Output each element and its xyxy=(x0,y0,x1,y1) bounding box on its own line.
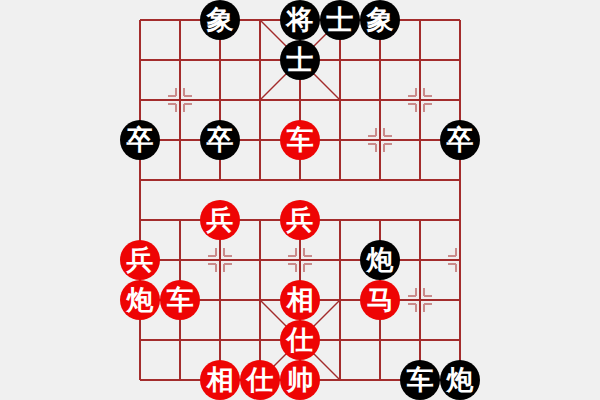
piece-red-chariot[interactable]: 车 xyxy=(280,120,320,160)
piece-black-cannon[interactable]: 炮 xyxy=(440,360,480,400)
piece-black-elephant[interactable]: 象 xyxy=(200,0,240,40)
piece-black-elephant[interactable]: 象 xyxy=(360,0,400,40)
piece-red-elephant[interactable]: 相 xyxy=(200,360,240,400)
piece-red-pawn[interactable]: 兵 xyxy=(280,200,320,240)
piece-red-pawn[interactable]: 兵 xyxy=(200,200,240,240)
xiangqi-board-screen: 象将士象士卒卒车卒兵兵兵炮炮车相马仕相仕帅车炮 xyxy=(0,0,600,400)
piece-red-general[interactable]: 帅 xyxy=(280,360,320,400)
pieces-grid: 象将士象士卒卒车卒兵兵兵炮炮车相马仕相仕帅车炮 xyxy=(120,0,480,400)
piece-red-advisor[interactable]: 仕 xyxy=(240,360,280,400)
piece-black-general[interactable]: 将 xyxy=(280,0,320,40)
piece-red-advisor[interactable]: 仕 xyxy=(280,320,320,360)
piece-red-pawn[interactable]: 兵 xyxy=(120,240,160,280)
piece-black-cannon[interactable]: 炮 xyxy=(360,240,400,280)
piece-black-advisor[interactable]: 士 xyxy=(280,40,320,80)
piece-black-advisor[interactable]: 士 xyxy=(320,0,360,40)
piece-red-chariot[interactable]: 车 xyxy=(160,280,200,320)
piece-red-horse[interactable]: 马 xyxy=(360,280,400,320)
piece-black-chariot[interactable]: 车 xyxy=(400,360,440,400)
piece-red-cannon[interactable]: 炮 xyxy=(120,280,160,320)
piece-black-pawn[interactable]: 卒 xyxy=(440,120,480,160)
piece-black-pawn[interactable]: 卒 xyxy=(200,120,240,160)
piece-red-elephant[interactable]: 相 xyxy=(280,280,320,320)
piece-black-pawn[interactable]: 卒 xyxy=(120,120,160,160)
